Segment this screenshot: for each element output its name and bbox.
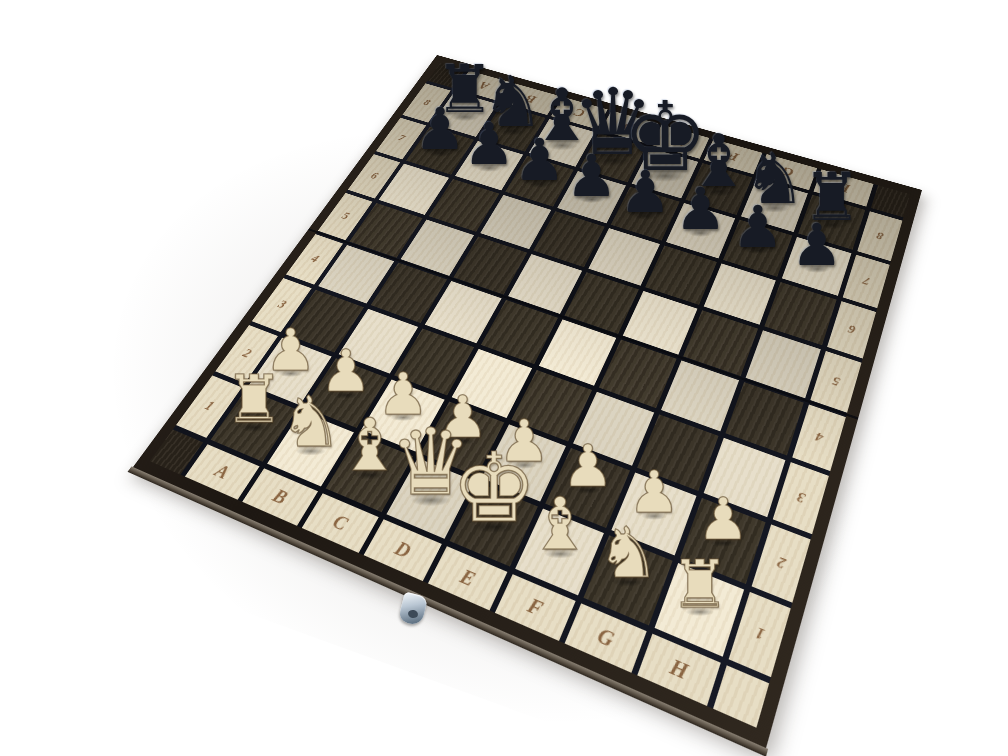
rank-label-4-right: 4 — [792, 404, 846, 471]
border-label-cell: 6 — [827, 301, 876, 358]
rank-label-6-right: 6 — [827, 301, 876, 358]
ring-corner-cell — [713, 665, 769, 727]
border-label-cell: 4 — [792, 404, 846, 471]
metal-clasp — [399, 591, 431, 629]
rank-label-7-right: 7 — [843, 255, 890, 308]
rank-label-8-right: 8 — [857, 211, 902, 261]
product-photo-stage: ABCDEFGH8877665544332211ABCDEFGH ♜♞♝♛♚♝♞… — [0, 0, 1008, 756]
border-label-cell: 8 — [857, 211, 902, 261]
border-label-cell: 7 — [843, 255, 890, 308]
